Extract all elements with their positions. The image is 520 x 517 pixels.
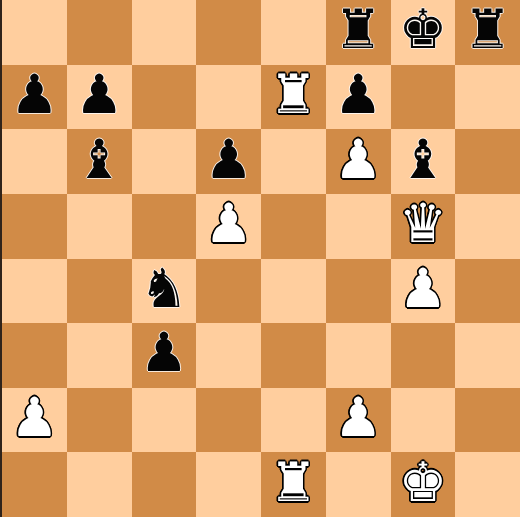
piece-white-pawn[interactable]: ♟	[204, 197, 252, 251]
piece-white-queen[interactable]: ♛	[399, 197, 447, 251]
chess-board: ♜♚♜♟♟♜♟♝♟♟♝♟♛♞♟♟♟♟♜♚	[0, 0, 520, 517]
square-f3[interactable]	[326, 323, 391, 388]
square-d4[interactable]	[196, 259, 261, 324]
square-e1[interactable]: ♜	[261, 452, 326, 517]
square-f1[interactable]	[326, 452, 391, 517]
square-b6[interactable]: ♝	[67, 129, 132, 194]
square-g4[interactable]: ♟	[391, 259, 456, 324]
square-f6[interactable]: ♟	[326, 129, 391, 194]
square-a6[interactable]	[2, 129, 67, 194]
square-d5[interactable]: ♟	[196, 194, 261, 259]
square-b5[interactable]	[67, 194, 132, 259]
piece-white-pawn[interactable]: ♟	[334, 391, 382, 445]
square-h4[interactable]	[455, 259, 520, 324]
square-c2[interactable]	[132, 388, 197, 453]
square-g3[interactable]	[391, 323, 456, 388]
square-h3[interactable]	[455, 323, 520, 388]
piece-black-rook[interactable]: ♜	[463, 3, 511, 57]
square-b2[interactable]	[67, 388, 132, 453]
piece-black-knight[interactable]: ♞	[140, 262, 188, 316]
square-f8[interactable]: ♜	[326, 0, 391, 65]
square-a2[interactable]: ♟	[2, 388, 67, 453]
square-h6[interactable]	[455, 129, 520, 194]
square-b7[interactable]: ♟	[67, 65, 132, 130]
square-h5[interactable]	[455, 194, 520, 259]
square-f4[interactable]	[326, 259, 391, 324]
square-c1[interactable]	[132, 452, 197, 517]
piece-black-rook[interactable]: ♜	[334, 3, 382, 57]
square-a1[interactable]	[2, 452, 67, 517]
square-e3[interactable]	[261, 323, 326, 388]
square-b8[interactable]	[67, 0, 132, 65]
piece-black-pawn[interactable]: ♟	[140, 326, 188, 380]
piece-black-bishop[interactable]: ♝	[75, 133, 123, 187]
square-e2[interactable]	[261, 388, 326, 453]
square-h7[interactable]	[455, 65, 520, 130]
piece-white-rook[interactable]: ♜	[269, 68, 317, 122]
square-c5[interactable]	[132, 194, 197, 259]
square-a5[interactable]	[2, 194, 67, 259]
square-g6[interactable]: ♝	[391, 129, 456, 194]
square-f5[interactable]	[326, 194, 391, 259]
piece-white-pawn[interactable]: ♟	[334, 133, 382, 187]
square-g2[interactable]	[391, 388, 456, 453]
square-b3[interactable]	[67, 323, 132, 388]
square-h2[interactable]	[455, 388, 520, 453]
square-e4[interactable]	[261, 259, 326, 324]
square-e5[interactable]	[261, 194, 326, 259]
piece-black-pawn[interactable]: ♟	[204, 133, 252, 187]
square-d6[interactable]: ♟	[196, 129, 261, 194]
square-a8[interactable]	[2, 0, 67, 65]
square-c6[interactable]	[132, 129, 197, 194]
square-g1[interactable]: ♚	[391, 452, 456, 517]
square-g5[interactable]: ♛	[391, 194, 456, 259]
piece-black-pawn[interactable]: ♟	[75, 68, 123, 122]
square-d3[interactable]	[196, 323, 261, 388]
square-c3[interactable]: ♟	[132, 323, 197, 388]
square-d8[interactable]	[196, 0, 261, 65]
piece-white-pawn[interactable]: ♟	[10, 391, 58, 445]
square-c7[interactable]	[132, 65, 197, 130]
square-e8[interactable]	[261, 0, 326, 65]
square-g8[interactable]: ♚	[391, 0, 456, 65]
square-f2[interactable]: ♟	[326, 388, 391, 453]
piece-white-rook[interactable]: ♜	[269, 456, 317, 510]
square-b1[interactable]	[67, 452, 132, 517]
piece-black-king[interactable]: ♚	[399, 3, 447, 57]
piece-black-bishop[interactable]: ♝	[399, 133, 447, 187]
piece-black-pawn[interactable]: ♟	[334, 68, 382, 122]
square-h1[interactable]	[455, 452, 520, 517]
square-e6[interactable]	[261, 129, 326, 194]
square-h8[interactable]: ♜	[455, 0, 520, 65]
square-d2[interactable]	[196, 388, 261, 453]
square-a3[interactable]	[2, 323, 67, 388]
square-d1[interactable]	[196, 452, 261, 517]
piece-black-pawn[interactable]: ♟	[10, 68, 58, 122]
piece-white-king[interactable]: ♚	[399, 456, 447, 510]
square-c4[interactable]: ♞	[132, 259, 197, 324]
square-a4[interactable]	[2, 259, 67, 324]
square-c8[interactable]	[132, 0, 197, 65]
square-a7[interactable]: ♟	[2, 65, 67, 130]
square-g7[interactable]	[391, 65, 456, 130]
square-e7[interactable]: ♜	[261, 65, 326, 130]
square-b4[interactable]	[67, 259, 132, 324]
piece-white-pawn[interactable]: ♟	[399, 262, 447, 316]
square-d7[interactable]	[196, 65, 261, 130]
square-f7[interactable]: ♟	[326, 65, 391, 130]
